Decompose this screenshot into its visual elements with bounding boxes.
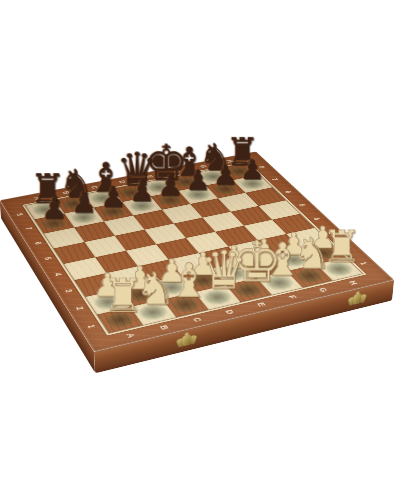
brass-clasp-right: [348, 290, 366, 308]
product-photo-stage: AA88BB77CC66DD55EE44FF33GG22HH11♜♞♝♛♚♝♞♜…: [0, 0, 400, 498]
black-pawn-glyph: ♟: [238, 156, 268, 184]
file-label-b-front: B: [158, 324, 171, 330]
chess-board: AA88BB77CC66DD55EE44FF33GG22HH11♜♞♝♛♚♝♞♜…: [0, 151, 394, 351]
rank-label-6-left: 6: [33, 241, 44, 245]
brass-clasp-left: [177, 331, 196, 350]
black-pawn-glyph: ♟: [183, 166, 213, 194]
white-rook-glyph: ♜: [102, 273, 138, 320]
file-label-h-front: H: [347, 280, 360, 286]
file-label-e-front: E: [255, 302, 268, 308]
rank-label-7-right: 7: [270, 177, 280, 181]
black-pawn-glyph: ♟: [155, 172, 185, 200]
rank-label-5-right: 5: [297, 203, 308, 207]
file-label-g-front: G: [317, 287, 330, 293]
rank-label-6-right: 6: [283, 190, 293, 194]
rank-label-3-left: 3: [63, 288, 75, 293]
rank-label-4-left: 4: [52, 272, 64, 277]
rank-label-8-left: 8: [15, 212, 26, 216]
rank-label-7-left: 7: [23, 226, 34, 230]
black-pawn-glyph: ♟: [69, 188, 100, 217]
black-pawn-glyph: ♟: [211, 161, 241, 189]
file-label-a-front: A: [124, 332, 137, 338]
rank-label-1-left: 1: [85, 324, 97, 329]
black-pawn-glyph: ♟: [98, 183, 129, 212]
file-label-c-front: C: [191, 317, 204, 323]
file-label-f-front: F: [286, 294, 298, 299]
chess-board-3d: AA88BB77CC66DD55EE44FF33GG22HH11♜♞♝♛♚♝♞♜…: [0, 151, 394, 351]
file-label-d-front: D: [223, 309, 236, 315]
rank-label-5-left: 5: [42, 256, 53, 261]
rank-label-2-left: 2: [74, 306, 86, 311]
black-pawn-glyph: ♟: [127, 177, 158, 206]
